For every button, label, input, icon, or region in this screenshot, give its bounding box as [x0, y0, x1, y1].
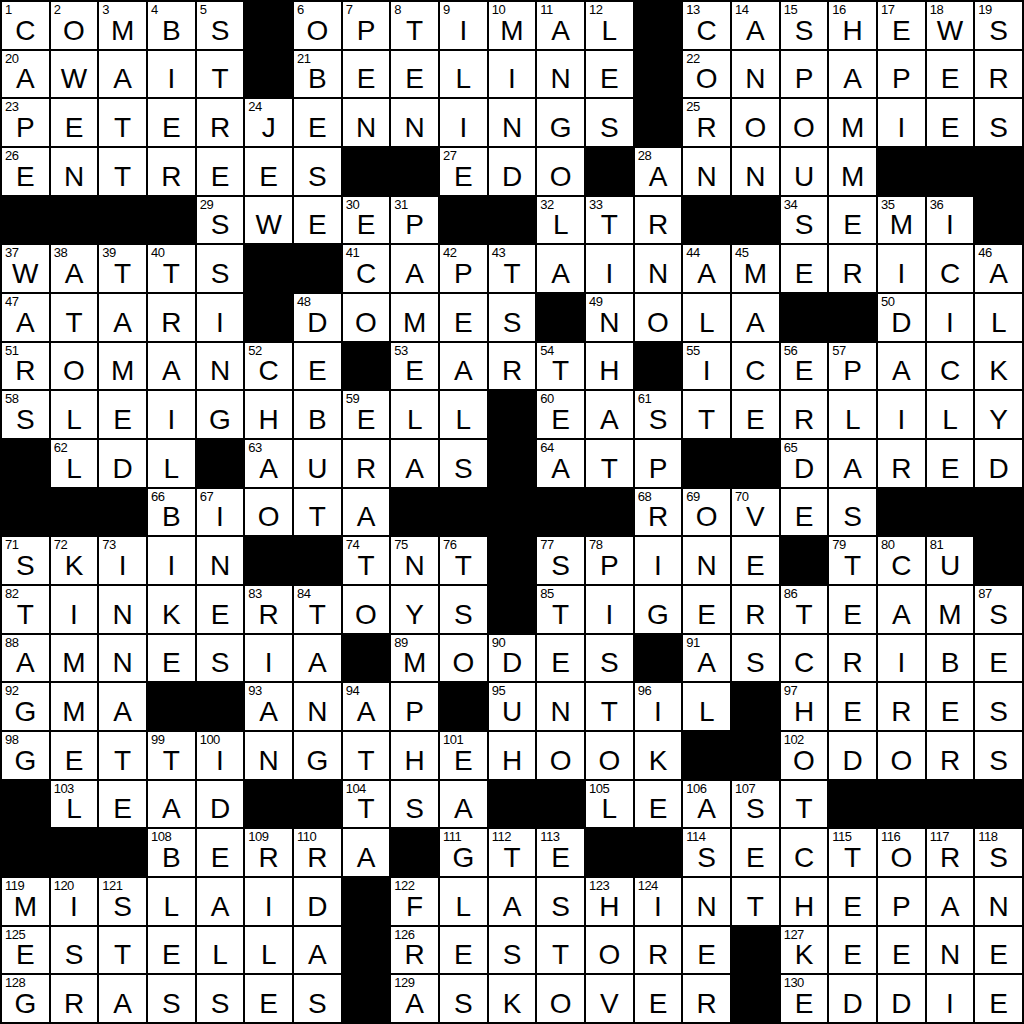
- cell-r14c15[interactable]: 91A: [683, 635, 730, 682]
- cell-r12c13[interactable]: 78P: [586, 537, 633, 584]
- cell-r18c10[interactable]: 111G: [440, 829, 487, 876]
- cell-r12c5[interactable]: N: [197, 537, 244, 584]
- cell-r10c19[interactable]: R: [878, 440, 925, 487]
- cell-r9c10[interactable]: L: [440, 391, 487, 438]
- cell-r7c21[interactable]: L: [975, 294, 1022, 341]
- cell-r14c6[interactable]: I: [245, 635, 292, 682]
- cell-r13c21[interactable]: 87S: [975, 586, 1022, 633]
- cell-r19c17[interactable]: H: [781, 878, 828, 925]
- cell-r1c16[interactable]: 14A: [732, 2, 779, 49]
- cell-r13c16[interactable]: R: [732, 586, 779, 633]
- cell-r16c4[interactable]: 99T: [148, 732, 195, 779]
- cell-r6c21[interactable]: 46A: [975, 245, 1022, 292]
- cell-r15c13[interactable]: T: [586, 683, 633, 730]
- cell-r20c11[interactable]: S: [489, 927, 536, 974]
- cell-r10c17[interactable]: 65D: [781, 440, 828, 487]
- cell-r19c19[interactable]: P: [878, 878, 925, 925]
- cell-r21c14[interactable]: E: [635, 975, 682, 1022]
- cell-r8c21[interactable]: K: [975, 343, 1022, 390]
- cell-r21c20[interactable]: I: [927, 975, 974, 1022]
- cell-r14c18[interactable]: R: [829, 635, 876, 682]
- cell-r2c5[interactable]: T: [197, 51, 244, 98]
- cell-r7c19[interactable]: 50D: [878, 294, 925, 341]
- cell-r6c4[interactable]: 40T: [148, 245, 195, 292]
- cell-r13c10[interactable]: S: [440, 586, 487, 633]
- cell-r8c13[interactable]: H: [586, 343, 633, 390]
- cell-r4c2[interactable]: N: [51, 148, 98, 195]
- cell-r4c12[interactable]: O: [537, 148, 584, 195]
- cell-r12c12[interactable]: 77S: [537, 537, 584, 584]
- cell-r18c6[interactable]: 109R: [245, 829, 292, 876]
- cell-r15c6[interactable]: 93A: [245, 683, 292, 730]
- cell-r12c14[interactable]: I: [635, 537, 682, 584]
- cell-r7c10[interactable]: E: [440, 294, 487, 341]
- cell-r7c8[interactable]: O: [343, 294, 390, 341]
- cell-r13c2[interactable]: I: [51, 586, 98, 633]
- cell-r19c12[interactable]: S: [537, 878, 584, 925]
- cell-r1c15[interactable]: 13C: [683, 2, 730, 49]
- cell-r16c5[interactable]: 100I: [197, 732, 244, 779]
- cell-r20c18[interactable]: E: [829, 927, 876, 974]
- cell-r5c6[interactable]: W: [245, 197, 292, 244]
- cell-r17c4[interactable]: A: [148, 781, 195, 828]
- cell-r9c3[interactable]: E: [99, 391, 146, 438]
- cell-r15c15[interactable]: L: [683, 683, 730, 730]
- cell-r15c7[interactable]: N: [294, 683, 341, 730]
- cell-r3c10[interactable]: I: [440, 99, 487, 146]
- cell-r2c16[interactable]: N: [732, 51, 779, 98]
- cell-r15c18[interactable]: E: [829, 683, 876, 730]
- cell-r17c5[interactable]: D: [197, 781, 244, 828]
- cell-r14c16[interactable]: S: [732, 635, 779, 682]
- cell-r8c7[interactable]: E: [294, 343, 341, 390]
- cell-r3c3[interactable]: T: [99, 99, 146, 146]
- cell-r6c5[interactable]: S: [197, 245, 244, 292]
- cell-r5c8[interactable]: 30E: [343, 197, 390, 244]
- cell-r20c21[interactable]: E: [975, 927, 1022, 974]
- cell-r15c17[interactable]: 97H: [781, 683, 828, 730]
- cell-r16c1[interactable]: 98G: [2, 732, 49, 779]
- cell-r9c21[interactable]: Y: [975, 391, 1022, 438]
- cell-r15c12[interactable]: N: [537, 683, 584, 730]
- cell-r21c6[interactable]: E: [245, 975, 292, 1022]
- cell-r10c7[interactable]: U: [294, 440, 341, 487]
- cell-r14c21[interactable]: E: [975, 635, 1022, 682]
- cell-r10c2[interactable]: 62L: [51, 440, 98, 487]
- cell-r19c4[interactable]: L: [148, 878, 195, 925]
- cell-r16c13[interactable]: O: [586, 732, 633, 779]
- cell-r10c3[interactable]: D: [99, 440, 146, 487]
- cell-r11c5[interactable]: 67I: [197, 489, 244, 536]
- cell-r2c2[interactable]: W: [51, 51, 98, 98]
- cell-r1c4[interactable]: 4B: [148, 2, 195, 49]
- cell-r9c9[interactable]: L: [391, 391, 438, 438]
- cell-r8c10[interactable]: A: [440, 343, 487, 390]
- cell-r3c17[interactable]: O: [781, 99, 828, 146]
- cell-r16c21[interactable]: S: [975, 732, 1022, 779]
- cell-r21c15[interactable]: R: [683, 975, 730, 1022]
- cell-r8c5[interactable]: N: [197, 343, 244, 390]
- cell-r12c18[interactable]: 79T: [829, 537, 876, 584]
- cell-r12c19[interactable]: 80C: [878, 537, 925, 584]
- cell-r20c10[interactable]: E: [440, 927, 487, 974]
- cell-r18c8[interactable]: A: [343, 829, 390, 876]
- cell-r5c14[interactable]: R: [635, 197, 682, 244]
- cell-r7c4[interactable]: R: [148, 294, 195, 341]
- cell-r21c2[interactable]: R: [51, 975, 98, 1022]
- cell-r5c17[interactable]: 34S: [781, 197, 828, 244]
- cell-r6c12[interactable]: A: [537, 245, 584, 292]
- cell-r16c14[interactable]: K: [635, 732, 682, 779]
- cell-r1c19[interactable]: 17E: [878, 2, 925, 49]
- cell-r20c15[interactable]: E: [683, 927, 730, 974]
- cell-r17c13[interactable]: 105L: [586, 781, 633, 828]
- cell-r14c9[interactable]: 89M: [391, 635, 438, 682]
- cell-r19c14[interactable]: 124I: [635, 878, 682, 925]
- cell-r16c12[interactable]: O: [537, 732, 584, 779]
- cell-r14c5[interactable]: S: [197, 635, 244, 682]
- cell-r20c12[interactable]: T: [537, 927, 584, 974]
- cell-r3c5[interactable]: R: [197, 99, 244, 146]
- cell-r20c3[interactable]: T: [99, 927, 146, 974]
- cell-r13c18[interactable]: E: [829, 586, 876, 633]
- cell-r3c4[interactable]: E: [148, 99, 195, 146]
- cell-r21c17[interactable]: 130E: [781, 975, 828, 1022]
- cell-r8c20[interactable]: C: [927, 343, 974, 390]
- cell-r9c7[interactable]: B: [294, 391, 341, 438]
- cell-r2c18[interactable]: A: [829, 51, 876, 98]
- cell-r16c10[interactable]: 101E: [440, 732, 487, 779]
- cell-r3c15[interactable]: 25R: [683, 99, 730, 146]
- cell-r15c19[interactable]: R: [878, 683, 925, 730]
- cell-r2c9[interactable]: E: [391, 51, 438, 98]
- cell-r14c13[interactable]: S: [586, 635, 633, 682]
- cell-r4c7[interactable]: S: [294, 148, 341, 195]
- cell-r15c14[interactable]: 96I: [635, 683, 682, 730]
- cell-r17c9[interactable]: S: [391, 781, 438, 828]
- cell-r9c1[interactable]: 58S: [2, 391, 49, 438]
- cell-r15c2[interactable]: M: [51, 683, 98, 730]
- cell-r10c6[interactable]: 63A: [245, 440, 292, 487]
- cell-r3c2[interactable]: E: [51, 99, 98, 146]
- cell-r3c18[interactable]: M: [829, 99, 876, 146]
- cell-r5c12[interactable]: 32L: [537, 197, 584, 244]
- cell-r21c13[interactable]: V: [586, 975, 633, 1022]
- cell-r12c9[interactable]: 75N: [391, 537, 438, 584]
- cell-r10c13[interactable]: T: [586, 440, 633, 487]
- cell-r2c20[interactable]: E: [927, 51, 974, 98]
- cell-r3c1[interactable]: 23P: [2, 99, 49, 146]
- cell-r6c18[interactable]: R: [829, 245, 876, 292]
- cell-r8c11[interactable]: R: [489, 343, 536, 390]
- cell-r8c2[interactable]: O: [51, 343, 98, 390]
- cell-r21c19[interactable]: D: [878, 975, 925, 1022]
- cell-r17c14[interactable]: E: [635, 781, 682, 828]
- cell-r4c10[interactable]: 27E: [440, 148, 487, 195]
- cell-r7c11[interactable]: S: [489, 294, 536, 341]
- cell-r15c9[interactable]: P: [391, 683, 438, 730]
- cell-r2c4[interactable]: I: [148, 51, 195, 98]
- cell-r6c11[interactable]: 43T: [489, 245, 536, 292]
- cell-r1c5[interactable]: 5S: [197, 2, 244, 49]
- cell-r13c6[interactable]: 83R: [245, 586, 292, 633]
- cell-r13c8[interactable]: O: [343, 586, 390, 633]
- cell-r18c7[interactable]: 110R: [294, 829, 341, 876]
- cell-r8c17[interactable]: 56E: [781, 343, 828, 390]
- cell-r19c10[interactable]: L: [440, 878, 487, 925]
- cell-r13c12[interactable]: 85T: [537, 586, 584, 633]
- cell-r18c17[interactable]: C: [781, 829, 828, 876]
- cell-r7c7[interactable]: 48D: [294, 294, 341, 341]
- cell-r6c8[interactable]: 41C: [343, 245, 390, 292]
- cell-r8c16[interactable]: C: [732, 343, 779, 390]
- cell-r1c18[interactable]: 16H: [829, 2, 876, 49]
- cell-r20c20[interactable]: N: [927, 927, 974, 974]
- cell-r10c18[interactable]: A: [829, 440, 876, 487]
- cell-r7c1[interactable]: 47A: [2, 294, 49, 341]
- cell-r19c5[interactable]: A: [197, 878, 244, 925]
- cell-r3c6[interactable]: 24J: [245, 99, 292, 146]
- cell-r15c3[interactable]: A: [99, 683, 146, 730]
- cell-r6c14[interactable]: N: [635, 245, 682, 292]
- cell-r9c12[interactable]: 60E: [537, 391, 584, 438]
- cell-r10c8[interactable]: R: [343, 440, 390, 487]
- cell-r10c12[interactable]: 64A: [537, 440, 584, 487]
- cell-r1c20[interactable]: 18W: [927, 2, 974, 49]
- cell-r9c20[interactable]: L: [927, 391, 974, 438]
- cell-r1c12[interactable]: 11A: [537, 2, 584, 49]
- cell-r19c13[interactable]: 123H: [586, 878, 633, 925]
- cell-r13c20[interactable]: M: [927, 586, 974, 633]
- cell-r3c19[interactable]: I: [878, 99, 925, 146]
- cell-r8c4[interactable]: A: [148, 343, 195, 390]
- cell-r21c4[interactable]: S: [148, 975, 195, 1022]
- cell-r2c17[interactable]: P: [781, 51, 828, 98]
- cell-r10c10[interactable]: S: [440, 440, 487, 487]
- cell-r2c11[interactable]: I: [489, 51, 536, 98]
- cell-r2c10[interactable]: L: [440, 51, 487, 98]
- cell-r1c3[interactable]: 3M: [99, 2, 146, 49]
- cell-r6c9[interactable]: A: [391, 245, 438, 292]
- cell-r1c7[interactable]: 6O: [294, 2, 341, 49]
- cell-r4c16[interactable]: N: [732, 148, 779, 195]
- cell-r7c20[interactable]: I: [927, 294, 974, 341]
- cell-r18c16[interactable]: E: [732, 829, 779, 876]
- cell-r5c7[interactable]: E: [294, 197, 341, 244]
- cell-r2c3[interactable]: A: [99, 51, 146, 98]
- cell-r1c21[interactable]: 19S: [975, 2, 1022, 49]
- cell-r16c2[interactable]: E: [51, 732, 98, 779]
- cell-r13c19[interactable]: A: [878, 586, 925, 633]
- cell-r9c4[interactable]: I: [148, 391, 195, 438]
- cell-r20c6[interactable]: L: [245, 927, 292, 974]
- cell-r1c2[interactable]: 2O: [51, 2, 98, 49]
- cell-r4c1[interactable]: 26E: [2, 148, 49, 195]
- cell-r14c11[interactable]: 90D: [489, 635, 536, 682]
- cell-r16c6[interactable]: N: [245, 732, 292, 779]
- cell-r19c1[interactable]: 119M: [2, 878, 49, 925]
- cell-r19c20[interactable]: A: [927, 878, 974, 925]
- cell-r9c8[interactable]: 59E: [343, 391, 390, 438]
- cell-r3c20[interactable]: E: [927, 99, 974, 146]
- cell-r7c14[interactable]: O: [635, 294, 682, 341]
- cell-r21c1[interactable]: 128G: [2, 975, 49, 1022]
- cell-r19c16[interactable]: T: [732, 878, 779, 925]
- cell-r3c9[interactable]: N: [391, 99, 438, 146]
- cell-r21c10[interactable]: S: [440, 975, 487, 1022]
- cell-r18c15[interactable]: 114S: [683, 829, 730, 876]
- cell-r4c3[interactable]: T: [99, 148, 146, 195]
- cell-r8c15[interactable]: 55I: [683, 343, 730, 390]
- cell-r1c13[interactable]: 12L: [586, 2, 633, 49]
- cell-r14c7[interactable]: A: [294, 635, 341, 682]
- cell-r13c17[interactable]: 86T: [781, 586, 828, 633]
- cell-r1c9[interactable]: 8T: [391, 2, 438, 49]
- cell-r18c18[interactable]: 115T: [829, 829, 876, 876]
- cell-r20c1[interactable]: 125E: [2, 927, 49, 974]
- cell-r8c18[interactable]: 57P: [829, 343, 876, 390]
- cell-r19c18[interactable]: E: [829, 878, 876, 925]
- cell-r5c18[interactable]: E: [829, 197, 876, 244]
- cell-r16c9[interactable]: H: [391, 732, 438, 779]
- cell-r20c9[interactable]: 126R: [391, 927, 438, 974]
- cell-r12c16[interactable]: E: [732, 537, 779, 584]
- cell-r16c17[interactable]: 102O: [781, 732, 828, 779]
- cell-r6c17[interactable]: E: [781, 245, 828, 292]
- cell-r18c21[interactable]: 118S: [975, 829, 1022, 876]
- cell-r13c7[interactable]: 84T: [294, 586, 341, 633]
- cell-r9c13[interactable]: A: [586, 391, 633, 438]
- cell-r14c20[interactable]: B: [927, 635, 974, 682]
- cell-r19c6[interactable]: I: [245, 878, 292, 925]
- cell-r1c1[interactable]: 1C: [2, 2, 49, 49]
- cell-r19c2[interactable]: 120I: [51, 878, 98, 925]
- cell-r20c2[interactable]: S: [51, 927, 98, 974]
- cell-r14c19[interactable]: I: [878, 635, 925, 682]
- cell-r13c1[interactable]: 82T: [2, 586, 49, 633]
- cell-r11c18[interactable]: S: [829, 489, 876, 536]
- cell-r20c14[interactable]: R: [635, 927, 682, 974]
- cell-r4c5[interactable]: E: [197, 148, 244, 195]
- cell-r4c11[interactable]: D: [489, 148, 536, 195]
- cell-r20c4[interactable]: E: [148, 927, 195, 974]
- cell-r13c13[interactable]: I: [586, 586, 633, 633]
- cell-r14c17[interactable]: C: [781, 635, 828, 682]
- cell-r1c11[interactable]: 10M: [489, 2, 536, 49]
- cell-r8c3[interactable]: M: [99, 343, 146, 390]
- cell-r7c3[interactable]: A: [99, 294, 146, 341]
- cell-r15c1[interactable]: 92G: [2, 683, 49, 730]
- cell-r9c17[interactable]: R: [781, 391, 828, 438]
- cell-r21c12[interactable]: O: [537, 975, 584, 1022]
- cell-r15c8[interactable]: 94A: [343, 683, 390, 730]
- cell-r17c8[interactable]: 104T: [343, 781, 390, 828]
- cell-r3c7[interactable]: E: [294, 99, 341, 146]
- cell-r20c7[interactable]: A: [294, 927, 341, 974]
- cell-r9c5[interactable]: G: [197, 391, 244, 438]
- cell-r13c5[interactable]: E: [197, 586, 244, 633]
- cell-r6c15[interactable]: 44A: [683, 245, 730, 292]
- cell-r6c1[interactable]: 37W: [2, 245, 49, 292]
- cell-r12c3[interactable]: 73I: [99, 537, 146, 584]
- cell-r16c7[interactable]: G: [294, 732, 341, 779]
- cell-r2c19[interactable]: P: [878, 51, 925, 98]
- cell-r16c3[interactable]: T: [99, 732, 146, 779]
- cell-r19c15[interactable]: N: [683, 878, 730, 925]
- cell-r11c7[interactable]: T: [294, 489, 341, 536]
- cell-r5c9[interactable]: 31P: [391, 197, 438, 244]
- cell-r16c8[interactable]: T: [343, 732, 390, 779]
- cell-r15c20[interactable]: E: [927, 683, 974, 730]
- cell-r17c10[interactable]: A: [440, 781, 487, 828]
- cell-r3c16[interactable]: O: [732, 99, 779, 146]
- cell-r14c2[interactable]: M: [51, 635, 98, 682]
- cell-r21c3[interactable]: A: [99, 975, 146, 1022]
- cell-r14c4[interactable]: E: [148, 635, 195, 682]
- cell-r4c17[interactable]: U: [781, 148, 828, 195]
- cell-r11c8[interactable]: A: [343, 489, 390, 536]
- cell-r1c10[interactable]: 9I: [440, 2, 487, 49]
- cell-r13c15[interactable]: E: [683, 586, 730, 633]
- cell-r19c11[interactable]: A: [489, 878, 536, 925]
- cell-r2c7[interactable]: 21B: [294, 51, 341, 98]
- cell-r5c20[interactable]: 36I: [927, 197, 974, 244]
- cell-r18c5[interactable]: E: [197, 829, 244, 876]
- cell-r16c19[interactable]: O: [878, 732, 925, 779]
- cell-r21c5[interactable]: S: [197, 975, 244, 1022]
- cell-r6c2[interactable]: 38A: [51, 245, 98, 292]
- cell-r9c19[interactable]: I: [878, 391, 925, 438]
- cell-r21c9[interactable]: 129A: [391, 975, 438, 1022]
- cell-r4c15[interactable]: N: [683, 148, 730, 195]
- cell-r14c3[interactable]: N: [99, 635, 146, 682]
- cell-r8c12[interactable]: 54T: [537, 343, 584, 390]
- cell-r9c6[interactable]: H: [245, 391, 292, 438]
- cell-r16c18[interactable]: D: [829, 732, 876, 779]
- cell-r16c11[interactable]: H: [489, 732, 536, 779]
- cell-r3c21[interactable]: S: [975, 99, 1022, 146]
- cell-r6c16[interactable]: 45M: [732, 245, 779, 292]
- cell-r12c2[interactable]: 72K: [51, 537, 98, 584]
- cell-r19c3[interactable]: 121S: [99, 878, 146, 925]
- cell-r17c16[interactable]: 107S: [732, 781, 779, 828]
- cell-r18c20[interactable]: 117R: [927, 829, 974, 876]
- cell-r2c21[interactable]: R: [975, 51, 1022, 98]
- cell-r4c14[interactable]: 28A: [635, 148, 682, 195]
- cell-r9c15[interactable]: T: [683, 391, 730, 438]
- cell-r2c15[interactable]: 22O: [683, 51, 730, 98]
- cell-r17c17[interactable]: T: [781, 781, 828, 828]
- cell-r11c4[interactable]: 66B: [148, 489, 195, 536]
- cell-r10c14[interactable]: P: [635, 440, 682, 487]
- cell-r11c6[interactable]: O: [245, 489, 292, 536]
- cell-r14c1[interactable]: 88A: [2, 635, 49, 682]
- cell-r21c11[interactable]: K: [489, 975, 536, 1022]
- cell-r1c8[interactable]: 7P: [343, 2, 390, 49]
- cell-r2c12[interactable]: N: [537, 51, 584, 98]
- cell-r20c19[interactable]: E: [878, 927, 925, 974]
- cell-r20c5[interactable]: L: [197, 927, 244, 974]
- cell-r15c21[interactable]: S: [975, 683, 1022, 730]
- cell-r7c5[interactable]: I: [197, 294, 244, 341]
- cell-r11c14[interactable]: 68R: [635, 489, 682, 536]
- cell-r20c17[interactable]: 127K: [781, 927, 828, 974]
- cell-r10c9[interactable]: A: [391, 440, 438, 487]
- cell-r8c9[interactable]: 53E: [391, 343, 438, 390]
- cell-r9c14[interactable]: 61S: [635, 391, 682, 438]
- cell-r6c19[interactable]: I: [878, 245, 925, 292]
- cell-r13c14[interactable]: G: [635, 586, 682, 633]
